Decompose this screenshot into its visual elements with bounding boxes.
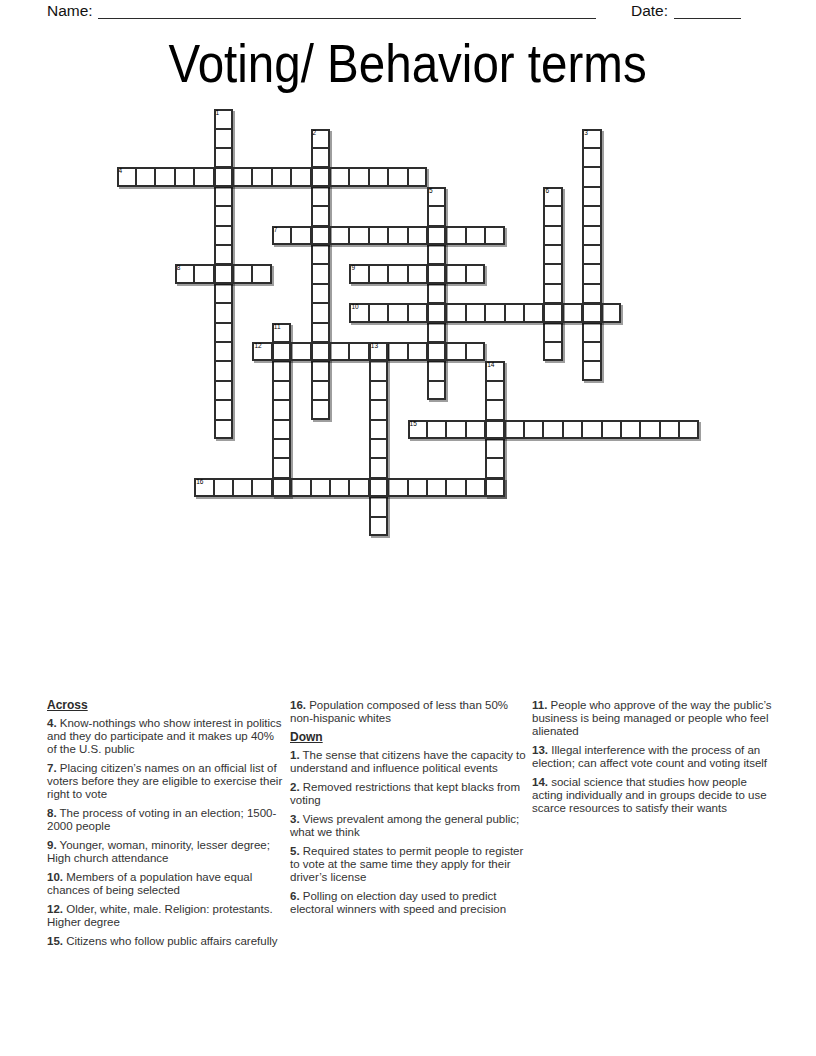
grid-cell-r21-c13[interactable]: [369, 517, 388, 536]
page-title: Voting/ Behavior terms: [169, 34, 647, 93]
grid-cell-r15-c19[interactable]: [485, 400, 504, 419]
grid-cell-r10-c23[interactable]: [563, 303, 582, 322]
grid-cell-r12-c12[interactable]: [349, 342, 368, 361]
title-wrap: Voting/ Behavior terms: [0, 34, 816, 93]
grid-cell-r2-c5[interactable]: [214, 148, 233, 167]
grid-cell-r6-c17[interactable]: [446, 226, 465, 245]
grid-cell-r3-c2[interactable]: [155, 167, 174, 186]
grid-cell-r12-c22[interactable]: [543, 342, 562, 361]
grid-cell-r3-c9[interactable]: [291, 167, 310, 186]
clue-across-4: 4. Know-nothings who show interest in po…: [47, 717, 286, 756]
clue-down-11: 11. People who approve of the way the pu…: [532, 699, 772, 738]
grid-cell-r19-c11[interactable]: [330, 478, 349, 497]
clue-number-9: 9: [351, 265, 355, 272]
grid-cell-r3-c11[interactable]: [330, 167, 349, 186]
worksheet-header: Name: Date:: [47, 2, 741, 19]
grid-cell-r14-c16[interactable]: [427, 381, 446, 400]
grid-cell-r10-c24[interactable]: [582, 303, 601, 322]
clue-column-2: 16. Population composed of less than 50%…: [290, 699, 528, 922]
grid-cell-r16-c25[interactable]: [602, 420, 621, 439]
grid-cell-r12-c10[interactable]: [311, 342, 330, 361]
grid-cell-r10-c18[interactable]: [466, 303, 485, 322]
clue-across-10: 10. Members of a population have equal c…: [47, 871, 286, 897]
grid-cell-r11-c10[interactable]: [311, 323, 330, 342]
grid-cell-r17-c19[interactable]: [485, 439, 504, 458]
name-blank-line: [98, 4, 596, 19]
grid-cell-r8-c4[interactable]: [194, 264, 213, 283]
grid-cell-r15-c8[interactable]: [272, 400, 291, 419]
grid-cell-r12-c9[interactable]: [291, 342, 310, 361]
clue-number-1: 1: [216, 110, 220, 117]
grid-cell-r15-c5[interactable]: [214, 400, 233, 419]
clue-down-5: 5. Required states to permit people to r…: [290, 845, 528, 884]
grid-cell-r10-c25[interactable]: [602, 303, 621, 322]
grid-cell-r19-c18[interactable]: [466, 478, 485, 497]
grid-cell-r3-c10[interactable]: [311, 167, 330, 186]
grid-cell-r16-c24[interactable]: [582, 420, 601, 439]
grid-cell-r9-c10[interactable]: [311, 284, 330, 303]
grid-cell-r19-c9[interactable]: [291, 478, 310, 497]
grid-cell-r19-c13[interactable]: [369, 478, 388, 497]
grid-cell-r3-c14[interactable]: [388, 167, 407, 186]
grid-cell-r12-c8[interactable]: [272, 342, 291, 361]
clue-number-11: 11: [274, 324, 281, 331]
grid-cell-r3-c3[interactable]: [175, 167, 194, 186]
grid-cell-r14-c10[interactable]: [311, 381, 330, 400]
grid-cell-r16-c28[interactable]: [660, 420, 679, 439]
date-label: Date:: [631, 2, 668, 19]
grid-cell-r7-c22[interactable]: [543, 245, 562, 264]
across-header: Across: [47, 699, 286, 712]
grid-cell-r14-c19[interactable]: [485, 381, 504, 400]
grid-cell-r10-c17[interactable]: [446, 303, 465, 322]
grid-cell-r10-c21[interactable]: [524, 303, 543, 322]
clue-number-5: 5: [429, 188, 433, 195]
grid-cell-r7-c24[interactable]: [582, 245, 601, 264]
grid-cell-r18-c8[interactable]: [272, 458, 291, 477]
grid-cell-r3-c13[interactable]: [369, 167, 388, 186]
grid-cell-r12-c14[interactable]: [388, 342, 407, 361]
grid-cell-r6-c13[interactable]: [369, 226, 388, 245]
grid-cell-r6-c10[interactable]: [311, 226, 330, 245]
grid-cell-r13-c16[interactable]: [427, 361, 446, 380]
grid-cell-r18-c13[interactable]: [369, 458, 388, 477]
grid-cell-r1-c5[interactable]: [214, 129, 233, 148]
grid-cell-r13-c24[interactable]: [582, 361, 601, 380]
clue-across-12: 12. Older, white, male. Religion: protes…: [47, 903, 286, 929]
grid-cell-r11-c22[interactable]: [543, 323, 562, 342]
grid-cell-r3-c5[interactable]: [214, 167, 233, 186]
grid-cell-r3-c7[interactable]: [252, 167, 271, 186]
grid-cell-r10-c5[interactable]: [214, 303, 233, 322]
grid-cell-r19-c17[interactable]: [446, 478, 465, 497]
grid-cell-r11-c24[interactable]: [582, 323, 601, 342]
grid-cell-r10-c13[interactable]: [369, 303, 388, 322]
clue-down-3: 3. Views prevalent among the general pub…: [290, 813, 528, 839]
grid-cell-r9-c5[interactable]: [214, 284, 233, 303]
clue-number-2: 2: [313, 130, 317, 137]
clue-across-8: 8. The process of voting in an election;…: [47, 807, 286, 833]
grid-cell-r19-c12[interactable]: [349, 478, 368, 497]
grid-cell-r15-c13[interactable]: [369, 400, 388, 419]
grid-cell-r6-c19[interactable]: [485, 226, 504, 245]
grid-cell-r6-c11[interactable]: [330, 226, 349, 245]
clue-number-16: 16: [196, 479, 203, 486]
grid-cell-r6-c24[interactable]: [582, 226, 601, 245]
grid-cell-r12-c5[interactable]: [214, 342, 233, 361]
grid-cell-r10-c15[interactable]: [408, 303, 427, 322]
down-header: Down: [290, 731, 528, 744]
grid-cell-r18-c19[interactable]: [485, 458, 504, 477]
grid-cell-r14-c5[interactable]: [214, 381, 233, 400]
grid-cell-r12-c11[interactable]: [330, 342, 349, 361]
clue-number-4: 4: [119, 168, 123, 175]
clue-number-10: 10: [351, 304, 358, 311]
grid-cell-r12-c17[interactable]: [446, 342, 465, 361]
grid-cell-r19-c14[interactable]: [388, 478, 407, 497]
grid-cell-r8-c17[interactable]: [446, 264, 465, 283]
grid-cell-r3-c1[interactable]: [136, 167, 155, 186]
grid-cell-r3-c6[interactable]: [233, 167, 252, 186]
grid-cell-r16-c16[interactable]: [427, 420, 446, 439]
clue-down-1: 1. The sense that citizens have the capa…: [290, 749, 528, 775]
clue-across-15: 15. Citizens who follow public affairs c…: [47, 935, 286, 948]
grid-cell-r16-c13[interactable]: [369, 420, 388, 439]
grid-cell-r16-c29[interactable]: [679, 420, 698, 439]
grid-cell-r14-c8[interactable]: [272, 381, 291, 400]
grid-cell-r16-c20[interactable]: [505, 420, 524, 439]
grid-cell-r6-c12[interactable]: [349, 226, 368, 245]
grid-cell-r10-c16[interactable]: [427, 303, 446, 322]
grid-cell-r5-c16[interactable]: [427, 206, 446, 225]
clue-down-6: 6. Polling on election day used to predi…: [290, 890, 528, 916]
clue-column-1: Across4. Know-nothings who show interest…: [47, 699, 286, 954]
clue-number-14: 14: [487, 362, 494, 369]
grid-cell-r8-c13[interactable]: [369, 264, 388, 283]
grid-cell-r7-c10[interactable]: [311, 245, 330, 264]
grid-cell-r2-c24[interactable]: [582, 148, 601, 167]
grid-cell-r12-c18[interactable]: [466, 342, 485, 361]
grid-cell-r16-c18[interactable]: [466, 420, 485, 439]
grid-cell-r12-c24[interactable]: [582, 342, 601, 361]
grid-cell-r3-c4[interactable]: [194, 167, 213, 186]
grid-cell-r19-c16[interactable]: [427, 478, 446, 497]
grid-cell-r6-c18[interactable]: [466, 226, 485, 245]
grid-cell-r5-c10[interactable]: [311, 206, 330, 225]
grid-cell-r4-c24[interactable]: [582, 187, 601, 206]
grid-cell-r4-c5[interactable]: [214, 187, 233, 206]
grid-cell-r6-c5[interactable]: [214, 226, 233, 245]
clue-down-2: 2. Removed restrictions that kept blacks…: [290, 781, 528, 807]
date-blank-line: [674, 4, 741, 19]
clue-down-13: 13. Illegal interference with the proces…: [532, 744, 772, 770]
grid-cell-r8-c5[interactable]: [214, 264, 233, 283]
clue-down-14: 14. social science that studies how peop…: [532, 776, 772, 815]
grid-cell-r2-c10[interactable]: [311, 148, 330, 167]
grid-cell-r8-c18[interactable]: [466, 264, 485, 283]
clue-number-12: 12: [254, 343, 261, 350]
clue-number-8: 8: [177, 265, 181, 272]
grid-cell-r4-c10[interactable]: [311, 187, 330, 206]
grid-cell-r16-c8[interactable]: [272, 420, 291, 439]
clue-number-6: 6: [545, 188, 549, 195]
grid-cell-r6-c22[interactable]: [543, 226, 562, 245]
grid-cell-r10-c19[interactable]: [485, 303, 504, 322]
grid-cell-r8-c6[interactable]: [233, 264, 252, 283]
grid-cell-r17-c13[interactable]: [369, 439, 388, 458]
grid-cell-r16-c26[interactable]: [621, 420, 640, 439]
grid-cell-r9-c22[interactable]: [543, 284, 562, 303]
grid-cell-r19-c15[interactable]: [408, 478, 427, 497]
grid-cell-r9-c24[interactable]: [582, 284, 601, 303]
grid-cell-r19-c6[interactable]: [233, 478, 252, 497]
grid-cell-r8-c10[interactable]: [311, 264, 330, 283]
grid-cell-r3-c24[interactable]: [582, 167, 601, 186]
grid-cell-r3-c12[interactable]: [349, 167, 368, 186]
grid-cell-r19-c10[interactable]: [311, 478, 330, 497]
clue-column-3: 11. People who approve of the way the pu…: [532, 699, 772, 821]
grid-cell-r5-c5[interactable]: [214, 206, 233, 225]
grid-cell-r8-c14[interactable]: [388, 264, 407, 283]
grid-cell-r8-c15[interactable]: [408, 264, 427, 283]
grid-cell-r16-c19[interactable]: [485, 420, 504, 439]
clue-number-7: 7: [274, 227, 278, 234]
name-label: Name:: [47, 2, 93, 19]
grid-cell-r16-c22[interactable]: [543, 420, 562, 439]
grid-cell-r8-c7[interactable]: [252, 264, 271, 283]
grid-cell-r10-c14[interactable]: [388, 303, 407, 322]
grid-cell-r12-c15[interactable]: [408, 342, 427, 361]
grid-cell-r10-c22[interactable]: [543, 303, 562, 322]
grid-cell-r19-c8[interactable]: [272, 478, 291, 497]
grid-cell-r16-c17[interactable]: [446, 420, 465, 439]
grid-cell-r13-c13[interactable]: [369, 361, 388, 380]
grid-cell-r6-c14[interactable]: [388, 226, 407, 245]
clue-across-16: 16. Population composed of less than 50%…: [290, 699, 528, 725]
grid-cell-r10-c20[interactable]: [505, 303, 524, 322]
grid-cell-r8-c24[interactable]: [582, 264, 601, 283]
grid-cell-r3-c15[interactable]: [408, 167, 427, 186]
grid-cell-r7-c5[interactable]: [214, 245, 233, 264]
grid-cell-r19-c19[interactable]: [485, 478, 504, 497]
grid-cell-r13-c10[interactable]: [311, 361, 330, 380]
grid-cell-r19-c5[interactable]: [214, 478, 233, 497]
clue-number-13: 13: [371, 343, 378, 350]
grid-cell-r15-c10[interactable]: [311, 400, 330, 419]
grid-cell-r16-c27[interactable]: [640, 420, 659, 439]
grid-cell-r9-c16[interactable]: [427, 284, 446, 303]
grid-cell-r10-c10[interactable]: [311, 303, 330, 322]
grid-cell-r12-c16[interactable]: [427, 342, 446, 361]
grid-cell-r13-c8[interactable]: [272, 361, 291, 380]
grid-cell-r8-c16[interactable]: [427, 264, 446, 283]
worksheet-page: Name: Date: Voting/ Behavior terms 12345…: [0, 0, 816, 1056]
grid-cell-r7-c16[interactable]: [427, 245, 446, 264]
grid-cell-r3-c8[interactable]: [272, 167, 291, 186]
grid-cell-r16-c21[interactable]: [524, 420, 543, 439]
crossword-grid: 12345678910111213141516: [117, 109, 700, 537]
grid-cell-r8-c22[interactable]: [543, 264, 562, 283]
grid-cell-r5-c24[interactable]: [582, 206, 601, 225]
grid-cell-r6-c15[interactable]: [408, 226, 427, 245]
grid-cell-r14-c13[interactable]: [369, 381, 388, 400]
grid-cell-r6-c16[interactable]: [427, 226, 446, 245]
grid-cell-r11-c5[interactable]: [214, 323, 233, 342]
grid-cell-r20-c13[interactable]: [369, 497, 388, 516]
clue-number-15: 15: [410, 421, 417, 428]
grid-cell-r11-c16[interactable]: [427, 323, 446, 342]
grid-cell-r16-c5[interactable]: [214, 420, 233, 439]
clue-across-7: 7. Placing citizen’s names on an officia…: [47, 762, 286, 801]
grid-cell-r6-c9[interactable]: [291, 226, 310, 245]
clue-number-3: 3: [584, 130, 588, 137]
clue-across-9: 9. Younger, woman, minority, lesser degr…: [47, 839, 286, 865]
grid-cell-r19-c7[interactable]: [252, 478, 271, 497]
grid-cell-r13-c5[interactable]: [214, 361, 233, 380]
grid-cell-r5-c22[interactable]: [543, 206, 562, 225]
grid-cell-r16-c23[interactable]: [563, 420, 582, 439]
grid-cell-r17-c8[interactable]: [272, 439, 291, 458]
